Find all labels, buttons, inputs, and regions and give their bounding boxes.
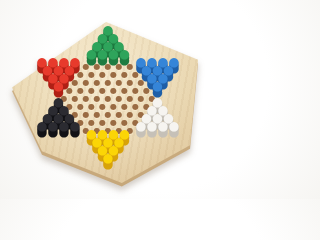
board-row-17: ●	[3, 159, 210, 168]
peg-white[interactable]: ●	[147, 127, 158, 136]
peg-white[interactable]: ●	[169, 127, 180, 136]
peg-black[interactable]: ●	[48, 127, 59, 136]
peg-yellow[interactable]: ●	[103, 159, 114, 168]
peg-white[interactable]: ●	[136, 127, 147, 136]
peg-black[interactable]: ●	[37, 127, 48, 136]
peg-black[interactable]: ●	[70, 127, 81, 136]
peg-black[interactable]: ●	[59, 127, 70, 136]
peg-grid: ●●●●●●●●●●●●●●●●●●●●●●●●●●●●●●●●●●●●●●●●…	[3, 0, 210, 199]
peg-white[interactable]: ●	[158, 127, 169, 136]
chinese-checkers-board: ●●●●●●●●●●●●●●●●●●●●●●●●●●●●●●●●●●●●●●●●…	[0, 0, 210, 199]
